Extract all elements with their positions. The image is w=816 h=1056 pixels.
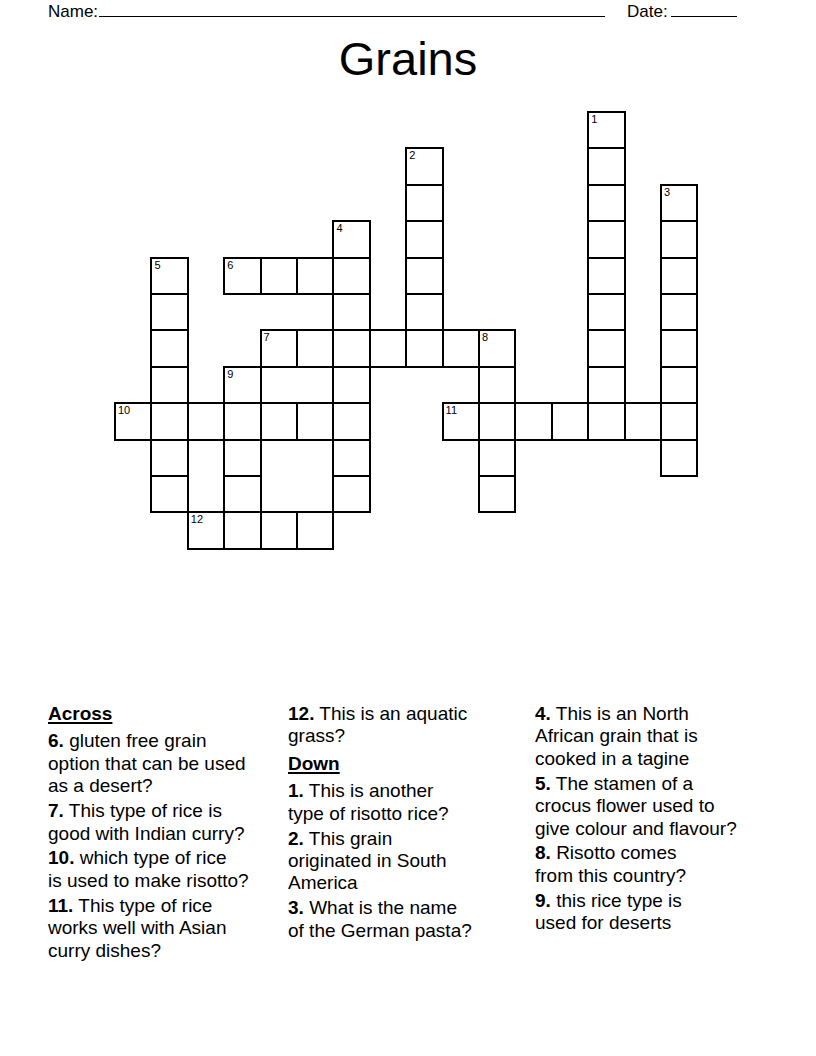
grid-cell-r8c9[interactable]: 11 bbox=[442, 402, 480, 440]
grid-cell-r8c14[interactable] bbox=[624, 402, 662, 440]
grid-cell-r8c15[interactable] bbox=[660, 402, 698, 440]
clue-4: 4. This is an North African grain that i… bbox=[535, 703, 775, 770]
cell-number: 10 bbox=[118, 404, 130, 417]
clue-9: 9. this rice type is used for deserts bbox=[535, 890, 775, 935]
grid-cell-r3c13[interactable] bbox=[587, 220, 625, 258]
name-blank-line[interactable] bbox=[99, 16, 605, 17]
cell-number: 7 bbox=[264, 331, 270, 344]
grid-cell-r6c1[interactable] bbox=[150, 329, 188, 367]
grid-cell-r5c8[interactable] bbox=[405, 293, 443, 331]
clue-text: Risotto comes from this country? bbox=[535, 842, 686, 885]
clue-number: 3. bbox=[288, 897, 304, 918]
across-heading: Across bbox=[48, 703, 288, 725]
grid-cell-r9c3[interactable] bbox=[223, 439, 261, 477]
grid-cell-r8c1[interactable] bbox=[150, 402, 188, 440]
grid-cell-r8c11[interactable] bbox=[514, 402, 552, 440]
grid-cell-r4c6[interactable] bbox=[332, 257, 370, 295]
clue-8: 8. Risotto comes from this country? bbox=[535, 842, 775, 887]
clue-2: 2. This grain originated in South Americ… bbox=[288, 828, 528, 895]
clue-text: This type of rice works well with Asian … bbox=[48, 895, 226, 961]
grid-cell-r8c13[interactable] bbox=[587, 402, 625, 440]
clue-text: The stamen of a crocus flower used to gi… bbox=[535, 773, 737, 839]
grid-cell-r6c9[interactable] bbox=[442, 329, 480, 367]
grid-cell-r4c4[interactable] bbox=[260, 257, 298, 295]
grid-cell-r4c1[interactable]: 5 bbox=[150, 257, 188, 295]
clue-text: gluten free grain option that can be use… bbox=[48, 730, 246, 796]
cell-number: 1 bbox=[591, 113, 597, 126]
grid-cell-r5c1[interactable] bbox=[150, 293, 188, 331]
grid-cell-r6c15[interactable] bbox=[660, 329, 698, 367]
clue-column-2: 12. This is an aquatic grass?Down1. This… bbox=[288, 703, 528, 945]
grid-cell-r10c10[interactable] bbox=[478, 475, 516, 513]
clue-text: What is the name of the German pasta? bbox=[288, 897, 472, 940]
grid-cell-r6c10[interactable]: 8 bbox=[478, 329, 516, 367]
clue-column-3: 4. This is an North African grain that i… bbox=[535, 703, 775, 937]
grid-cell-r3c6[interactable]: 4 bbox=[332, 220, 370, 258]
clue-text: which type of rice is used to make risot… bbox=[48, 847, 249, 890]
down-heading: Down bbox=[288, 753, 528, 775]
grid-cell-r7c1[interactable] bbox=[150, 366, 188, 404]
grid-cell-r4c15[interactable] bbox=[660, 257, 698, 295]
clue-text: this rice type is used for deserts bbox=[535, 890, 682, 933]
grid-cell-r6c7[interactable] bbox=[369, 329, 407, 367]
grid-cell-r1c13[interactable] bbox=[587, 147, 625, 185]
grid-cell-r8c0[interactable]: 10 bbox=[114, 402, 152, 440]
clue-text: This is an North African grain that is c… bbox=[535, 703, 698, 769]
grid-cell-r8c2[interactable] bbox=[187, 402, 225, 440]
grid-cell-r4c3[interactable]: 6 bbox=[223, 257, 261, 295]
grid-cell-r8c3[interactable] bbox=[223, 402, 261, 440]
cell-number: 9 bbox=[227, 368, 233, 381]
grid-cell-r9c6[interactable] bbox=[332, 439, 370, 477]
worksheet-page: Name: Date: Grains 123456789101112 Acros… bbox=[0, 0, 816, 1056]
grid-cell-r2c15[interactable]: 3 bbox=[660, 184, 698, 222]
grid-cell-r5c13[interactable] bbox=[587, 293, 625, 331]
grid-cell-r11c5[interactable] bbox=[296, 511, 334, 549]
grid-cell-r11c4[interactable] bbox=[260, 511, 298, 549]
grid-cell-r8c6[interactable] bbox=[332, 402, 370, 440]
cell-number: 11 bbox=[446, 404, 457, 417]
clue-number: 6. bbox=[48, 730, 64, 751]
puzzle-title: Grains bbox=[0, 31, 816, 86]
grid-cell-r7c13[interactable] bbox=[587, 366, 625, 404]
grid-cell-r6c6[interactable] bbox=[332, 329, 370, 367]
clue-12: 12. This is an aquatic grass? bbox=[288, 703, 528, 748]
grid-cell-r4c8[interactable] bbox=[405, 257, 443, 295]
cell-number: 3 bbox=[664, 186, 670, 199]
date-blank-line[interactable] bbox=[671, 16, 737, 17]
cell-number: 5 bbox=[154, 259, 160, 272]
clue-number: 7. bbox=[48, 800, 64, 821]
clue-number: 1. bbox=[288, 780, 304, 801]
clue-number: 4. bbox=[535, 703, 551, 724]
grid-cell-r1c8[interactable]: 2 bbox=[405, 147, 443, 185]
cell-number: 6 bbox=[227, 259, 233, 272]
grid-cell-r3c15[interactable] bbox=[660, 220, 698, 258]
grid-cell-r9c1[interactable] bbox=[150, 439, 188, 477]
clue-text: This is an aquatic grass? bbox=[288, 703, 467, 746]
grid-cell-r9c15[interactable] bbox=[660, 439, 698, 477]
clue-number: 10. bbox=[48, 847, 74, 868]
grid-cell-r7c10[interactable] bbox=[478, 366, 516, 404]
clue-column-1: Across6. gluten free grain option that c… bbox=[48, 703, 288, 964]
grid-cell-r7c6[interactable] bbox=[332, 366, 370, 404]
grid-cell-r4c5[interactable] bbox=[296, 257, 334, 295]
grid-cell-r6c13[interactable] bbox=[587, 329, 625, 367]
clue-text: This is another type of risotto rice? bbox=[288, 780, 449, 823]
grid-cell-r8c4[interactable] bbox=[260, 402, 298, 440]
clue-number: 2. bbox=[288, 828, 304, 849]
grid-cell-r5c15[interactable] bbox=[660, 293, 698, 331]
clue-number: 5. bbox=[535, 773, 551, 794]
grid-cell-r8c10[interactable] bbox=[478, 402, 516, 440]
clue-3: 3. What is the name of the German pasta? bbox=[288, 897, 528, 942]
name-label: Name: bbox=[48, 2, 98, 21]
grid-cell-r6c8[interactable] bbox=[405, 329, 443, 367]
grid-cell-r8c5[interactable] bbox=[296, 402, 334, 440]
grid-cell-r5c6[interactable] bbox=[332, 293, 370, 331]
grid-cell-r10c6[interactable] bbox=[332, 475, 370, 513]
grid-cell-r10c1[interactable] bbox=[150, 475, 188, 513]
clue-text: This grain originated in South America bbox=[288, 828, 446, 894]
clue-7: 7. This type of rice is good with Indian… bbox=[48, 800, 288, 845]
grid-cell-r6c5[interactable] bbox=[296, 329, 334, 367]
clue-number: 8. bbox=[535, 842, 551, 863]
cell-number: 4 bbox=[336, 222, 342, 235]
grid-cell-r6c4[interactable]: 7 bbox=[260, 329, 298, 367]
grid-cell-r3c8[interactable] bbox=[405, 220, 443, 258]
grid-cell-r11c2[interactable]: 12 bbox=[187, 511, 225, 549]
grid-cell-r0c13[interactable]: 1 bbox=[587, 111, 625, 149]
clue-5: 5. The stamen of a crocus flower used to… bbox=[535, 773, 775, 840]
clue-number: 11. bbox=[48, 895, 73, 916]
grid-cell-r4c13[interactable] bbox=[587, 257, 625, 295]
clue-6: 6. gluten free grain option that can be … bbox=[48, 730, 288, 797]
grid-cell-r2c8[interactable] bbox=[405, 184, 443, 222]
crossword-grid: 123456789101112 bbox=[115, 112, 699, 550]
cell-number: 2 bbox=[409, 149, 415, 162]
clue-1: 1. This is another type of risotto rice? bbox=[288, 780, 528, 825]
grid-cell-r9c10[interactable] bbox=[478, 439, 516, 477]
date-label: Date: bbox=[627, 2, 668, 21]
clue-11: 11. This type of rice works well with As… bbox=[48, 895, 288, 962]
clue-number: 9. bbox=[535, 890, 551, 911]
grid-cell-r8c12[interactable] bbox=[551, 402, 589, 440]
cell-number: 12 bbox=[191, 513, 203, 526]
clue-number: 12. bbox=[288, 703, 314, 724]
grid-cell-r2c13[interactable] bbox=[587, 184, 625, 222]
grid-cell-r7c15[interactable] bbox=[660, 366, 698, 404]
grid-cell-r11c3[interactable] bbox=[223, 511, 261, 549]
clue-text: This type of rice is good with Indian cu… bbox=[48, 800, 244, 843]
grid-cell-r7c3[interactable]: 9 bbox=[223, 366, 261, 404]
clue-10: 10. which type of rice is used to make r… bbox=[48, 847, 288, 892]
cell-number: 8 bbox=[482, 331, 488, 344]
grid-cell-r10c3[interactable] bbox=[223, 475, 261, 513]
